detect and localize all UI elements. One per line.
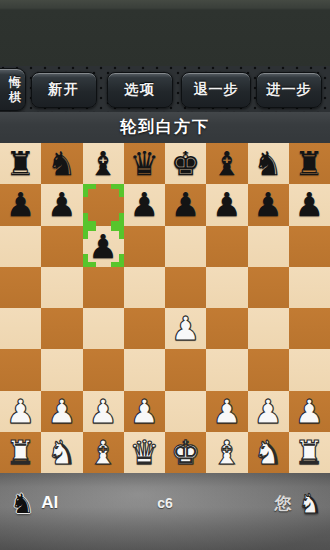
square-a3[interactable] (0, 349, 41, 390)
piece-white-pawn: ♟ (165, 308, 206, 349)
square-b6[interactable] (41, 226, 82, 267)
square-f7[interactable]: ♟ (206, 184, 247, 225)
square-h5[interactable] (289, 267, 330, 308)
top-panel (0, 0, 330, 66)
square-b1[interactable]: ♞ (41, 432, 82, 473)
square-a1[interactable]: ♜ (0, 432, 41, 473)
square-b8[interactable]: ♞ (41, 143, 82, 184)
square-g2[interactable]: ♟ (248, 391, 289, 432)
move-highlight-c6 (83, 226, 124, 267)
piece-black-queen: ♛ (124, 143, 165, 184)
square-d4[interactable] (124, 308, 165, 349)
turn-status-bar: 轮到白方下 (0, 112, 330, 143)
square-c4[interactable] (83, 308, 124, 349)
square-e7[interactable]: ♟ (165, 184, 206, 225)
square-b3[interactable] (41, 349, 82, 390)
square-a7[interactable]: ♟ (0, 184, 41, 225)
square-a5[interactable] (0, 267, 41, 308)
chess-app-screen: 悔棋 新开 选项 退一步 进一步 轮到白方下 ♜♞♝♛♚♝♞♜♟♟♟♟♟♟♟♟♟… (0, 0, 330, 550)
square-g6[interactable] (248, 226, 289, 267)
piece-black-bishop: ♝ (83, 143, 124, 184)
square-g8[interactable]: ♞ (248, 143, 289, 184)
piece-black-bishop: ♝ (206, 143, 247, 184)
square-c3[interactable] (83, 349, 124, 390)
square-a4[interactable] (0, 308, 41, 349)
piece-black-king: ♚ (165, 143, 206, 184)
square-a6[interactable] (0, 226, 41, 267)
step-back-button[interactable]: 退一步 (181, 72, 251, 108)
square-f8[interactable]: ♝ (206, 143, 247, 184)
piece-white-rook: ♜ (289, 432, 330, 473)
square-h2[interactable]: ♟ (289, 391, 330, 432)
piece-black-pawn: ♟ (206, 184, 247, 225)
square-e3[interactable] (165, 349, 206, 390)
takeback-button-label: 悔棋 (8, 75, 22, 105)
square-g5[interactable] (248, 267, 289, 308)
square-f6[interactable] (206, 226, 247, 267)
piece-black-knight: ♞ (248, 143, 289, 184)
square-a8[interactable]: ♜ (0, 143, 41, 184)
square-d5[interactable] (124, 267, 165, 308)
piece-white-knight: ♞ (248, 432, 289, 473)
square-b7[interactable]: ♟ (41, 184, 82, 225)
square-c1[interactable]: ♝ (83, 432, 124, 473)
square-d6[interactable] (124, 226, 165, 267)
piece-black-pawn: ♟ (165, 184, 206, 225)
square-e8[interactable]: ♚ (165, 143, 206, 184)
square-a2[interactable]: ♟ (0, 391, 41, 432)
square-f5[interactable] (206, 267, 247, 308)
piece-black-pawn: ♟ (83, 226, 124, 267)
square-c2[interactable]: ♟ (83, 391, 124, 432)
square-d8[interactable]: ♛ (124, 143, 165, 184)
piece-black-pawn: ♟ (41, 184, 82, 225)
human-player-indicator: 您 ♞ (275, 490, 322, 517)
piece-white-queen: ♛ (124, 432, 165, 473)
square-h3[interactable] (289, 349, 330, 390)
square-b4[interactable] (41, 308, 82, 349)
square-b5[interactable] (41, 267, 82, 308)
square-c6[interactable]: ♟ (83, 226, 124, 267)
square-e2[interactable] (165, 391, 206, 432)
square-e1[interactable]: ♚ (165, 432, 206, 473)
square-e4[interactable]: ♟ (165, 308, 206, 349)
bottom-bar: ♞ AI c6 您 ♞ (0, 473, 330, 550)
new-game-button[interactable]: 新开 (31, 72, 97, 108)
piece-black-pawn: ♟ (248, 184, 289, 225)
square-c8[interactable]: ♝ (83, 143, 124, 184)
chess-board: ♜♞♝♛♚♝♞♜♟♟♟♟♟♟♟♟♟♟♟♟♟♟♟♟♜♞♝♛♚♝♞♜ (0, 143, 330, 473)
square-d2[interactable]: ♟ (124, 391, 165, 432)
square-g3[interactable] (248, 349, 289, 390)
piece-white-pawn: ♟ (206, 391, 247, 432)
square-g1[interactable]: ♞ (248, 432, 289, 473)
piece-white-knight: ♞ (41, 432, 82, 473)
square-f1[interactable]: ♝ (206, 432, 247, 473)
piece-white-pawn: ♟ (289, 391, 330, 432)
piece-white-pawn: ♟ (124, 391, 165, 432)
piece-black-knight: ♞ (41, 143, 82, 184)
square-c5[interactable] (83, 267, 124, 308)
square-d7[interactable]: ♟ (124, 184, 165, 225)
square-b2[interactable]: ♟ (41, 391, 82, 432)
square-g4[interactable] (248, 308, 289, 349)
square-c7[interactable] (83, 184, 124, 225)
move-highlight-c7 (83, 184, 124, 225)
piece-white-bishop: ♝ (206, 432, 247, 473)
piece-white-rook: ♜ (0, 432, 41, 473)
options-button[interactable]: 选项 (107, 72, 173, 108)
turn-status-text: 轮到白方下 (120, 117, 210, 138)
square-h4[interactable] (289, 308, 330, 349)
takeback-button[interactable]: 悔棋 (0, 68, 26, 111)
piece-white-bishop: ♝ (83, 432, 124, 473)
piece-white-pawn: ♟ (0, 391, 41, 432)
square-d3[interactable] (124, 349, 165, 390)
piece-white-pawn: ♟ (41, 391, 82, 432)
you-label: 您 (275, 492, 292, 515)
square-h1[interactable]: ♜ (289, 432, 330, 473)
white-knight-icon: ♞ (298, 490, 322, 517)
square-h8[interactable]: ♜ (289, 143, 330, 184)
toolbar: 悔棋 新开 选项 退一步 进一步 (0, 66, 330, 112)
square-g7[interactable]: ♟ (248, 184, 289, 225)
piece-black-rook: ♜ (0, 143, 41, 184)
square-d1[interactable]: ♛ (124, 432, 165, 473)
square-f3[interactable] (206, 349, 247, 390)
piece-black-pawn: ♟ (0, 184, 41, 225)
square-h7[interactable]: ♟ (289, 184, 330, 225)
piece-white-pawn: ♟ (248, 391, 289, 432)
step-forward-button[interactable]: 进一步 (256, 72, 322, 108)
piece-black-pawn: ♟ (124, 184, 165, 225)
piece-black-pawn: ♟ (289, 184, 330, 225)
square-f4[interactable] (206, 308, 247, 349)
piece-white-king: ♚ (165, 432, 206, 473)
square-e6[interactable] (165, 226, 206, 267)
square-h6[interactable] (289, 226, 330, 267)
piece-black-rook: ♜ (289, 143, 330, 184)
piece-white-pawn: ♟ (83, 391, 124, 432)
square-e5[interactable] (165, 267, 206, 308)
square-f2[interactable]: ♟ (206, 391, 247, 432)
